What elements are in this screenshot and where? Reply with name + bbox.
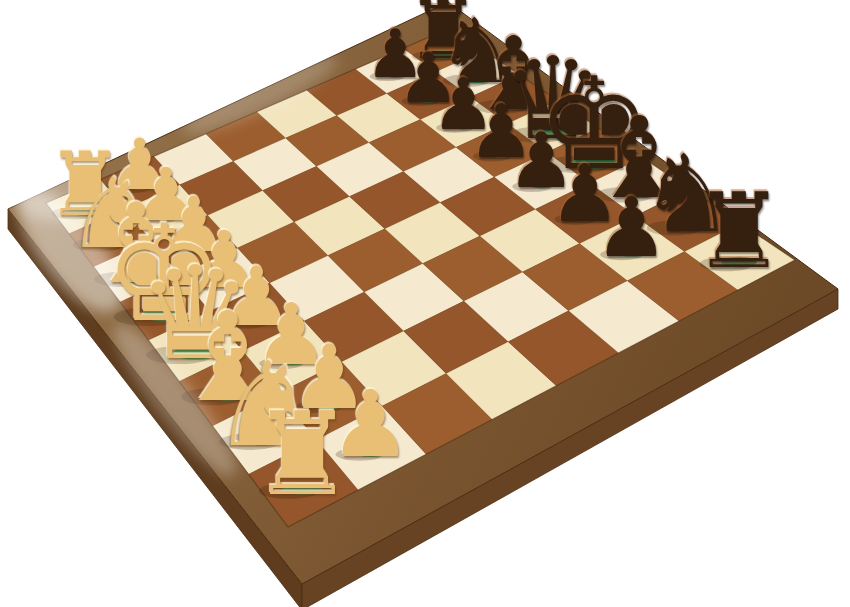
felt-base	[462, 74, 492, 83]
felt-base	[721, 257, 756, 267]
felt-base	[417, 96, 440, 103]
felt-base	[283, 483, 322, 494]
felt-base	[207, 389, 249, 401]
felt-base	[669, 221, 705, 232]
chessboard-photo: ♜♟♞♟♝♟♛♟♚♟♟♝♜♟♟♞♞♟♟♜♝♟♚♟♛♟♝♟♞♟♜	[0, 0, 850, 607]
felt-base	[384, 71, 407, 78]
felt-base	[528, 181, 554, 189]
felt-base	[571, 213, 598, 221]
chess-board	[0, 0, 850, 607]
felt-base	[451, 122, 475, 129]
felt-base	[489, 151, 514, 158]
felt-base	[128, 183, 152, 190]
felt-base	[355, 448, 386, 457]
felt-base	[429, 50, 457, 58]
felt-base	[620, 187, 658, 198]
felt-base	[277, 357, 306, 365]
felt-base	[533, 127, 572, 138]
felt-base	[142, 308, 187, 321]
glare-highlight	[13, 169, 97, 221]
felt-base	[496, 100, 530, 110]
felt-base	[173, 347, 217, 360]
felt-base	[243, 317, 271, 325]
felt-base	[181, 245, 207, 253]
felt-base	[617, 248, 645, 256]
felt-base	[117, 272, 154, 283]
felt-base	[244, 434, 284, 446]
felt-base	[314, 401, 344, 410]
felt-base	[211, 280, 238, 288]
felt-base	[573, 156, 616, 169]
felt-base	[154, 213, 179, 220]
